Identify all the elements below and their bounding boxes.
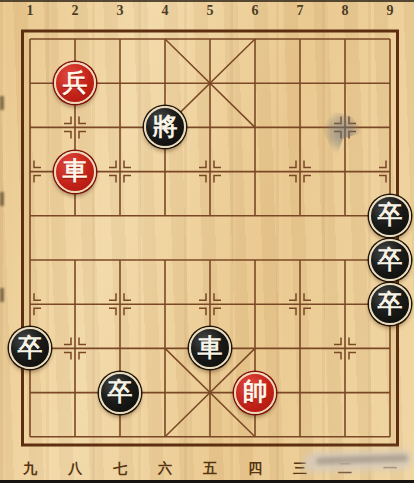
- file-label-bottom-1: 九: [18, 460, 42, 478]
- file-label-top-9: 9: [378, 3, 402, 19]
- piece-glyph: 卒: [108, 379, 133, 404]
- piece-red-soldier[interactable]: 兵: [54, 62, 96, 104]
- piece-glyph: 卒: [378, 202, 403, 227]
- file-label-bottom-9: 一: [378, 460, 402, 478]
- file-label-top-3: 3: [108, 3, 132, 19]
- piece-black-soldier[interactable]: 卒: [369, 195, 411, 237]
- file-label-bottom-7: 三: [288, 460, 312, 478]
- file-label-top-7: 7: [288, 3, 312, 19]
- file-label-top-6: 6: [243, 3, 267, 19]
- file-label-top-1: 1: [18, 3, 42, 19]
- piece-glyph: 卒: [18, 335, 43, 360]
- file-label-top-5: 5: [198, 3, 222, 19]
- xiangqi-board-screenshot: 123456789 九八七六五四三二一 兵將車卒卒卒卒車卒帥: [0, 0, 414, 483]
- file-label-bottom-3: 七: [108, 460, 132, 478]
- file-label-bottom-4: 六: [153, 460, 177, 478]
- piece-glyph: 卒: [378, 247, 403, 272]
- piece-glyph: 車: [198, 335, 223, 360]
- file-label-bottom-6: 四: [243, 460, 267, 478]
- file-label-bottom-2: 八: [63, 460, 87, 478]
- file-label-bottom-8: 二: [333, 460, 357, 478]
- file-label-top-2: 2: [63, 3, 87, 19]
- piece-glyph: 卒: [378, 291, 403, 316]
- piece-red-chariot[interactable]: 車: [54, 151, 96, 193]
- file-label-bottom-5: 五: [198, 460, 222, 478]
- piece-glyph: 帥: [243, 379, 268, 404]
- file-label-top-8: 8: [333, 3, 357, 19]
- file-label-top-4: 4: [153, 3, 177, 19]
- piece-black-soldier[interactable]: 卒: [99, 372, 141, 414]
- piece-glyph: 將: [153, 114, 178, 139]
- piece-glyph: 兵: [63, 70, 88, 95]
- piece-glyph: 車: [63, 158, 88, 183]
- piece-black-soldier[interactable]: 卒: [369, 283, 411, 325]
- piece-black-soldier[interactable]: 卒: [369, 239, 411, 281]
- piece-red-general[interactable]: 帥: [234, 372, 276, 414]
